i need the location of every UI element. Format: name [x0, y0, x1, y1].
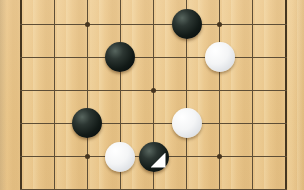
grid-line-v — [219, 0, 220, 190]
grid-line-h — [20, 57, 287, 58]
grid-line-h — [20, 189, 287, 190]
grid-line-v — [252, 0, 253, 190]
last-move-marker — [151, 153, 166, 168]
grid-line-v — [20, 0, 22, 190]
star-point — [151, 88, 156, 93]
grid-line-v — [87, 0, 88, 190]
stone-black — [172, 9, 202, 39]
stone-white — [172, 108, 202, 138]
grid-line-h — [20, 24, 287, 25]
go-board[interactable] — [0, 0, 304, 190]
star-point — [85, 154, 90, 159]
stone-white — [105, 142, 135, 172]
stone-black — [139, 142, 169, 172]
stone-white — [205, 42, 235, 72]
grid-line-v — [54, 0, 55, 190]
star-point — [217, 22, 222, 27]
star-point — [85, 22, 90, 27]
grid-line-h — [20, 123, 287, 124]
grid-line-v — [285, 0, 287, 190]
